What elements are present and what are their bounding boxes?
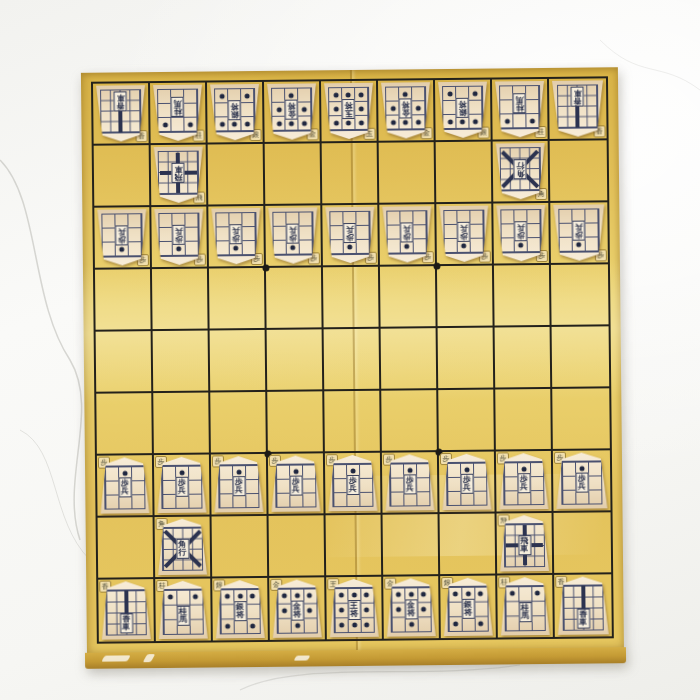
move-dot xyxy=(225,594,230,599)
square-9d[interactable] xyxy=(95,269,153,332)
move-dot xyxy=(291,245,296,250)
piece-sente-knight[interactable]: 桂馬 xyxy=(500,577,550,636)
square-8h[interactable]: 角行角 xyxy=(155,516,213,579)
square-3g[interactable]: 歩兵歩 xyxy=(439,452,497,515)
kanji-char: 兵 xyxy=(232,226,240,234)
move-dot xyxy=(232,122,237,127)
square-3f[interactable] xyxy=(438,390,496,453)
piece-sente-knight[interactable]: 桂馬 xyxy=(158,581,208,640)
square-7d[interactable] xyxy=(209,268,267,331)
move-dot xyxy=(391,106,396,111)
move-dot xyxy=(579,466,584,471)
kanji-char: 玉 xyxy=(345,109,353,117)
move-dot xyxy=(339,593,344,598)
move-dot xyxy=(236,470,241,475)
movement-diagram: 銀将 xyxy=(214,88,255,133)
piece-gote-knight[interactable]: 桂馬 xyxy=(495,81,545,138)
movement-diagram: 歩兵 xyxy=(330,211,371,256)
move-dot xyxy=(307,593,312,598)
piece-kanji: 香車 xyxy=(571,86,584,106)
square-3a[interactable]: 銀将銀 xyxy=(435,80,493,143)
piece-sente-lance[interactable]: 香車 xyxy=(557,576,609,635)
square-3i[interactable]: 銀将銀 xyxy=(440,576,498,639)
movement-diagram: 金将 xyxy=(277,588,318,634)
kanji-char: 歩 xyxy=(289,234,297,242)
piece-kanji: 歩兵 xyxy=(172,225,185,245)
movement-diagram: 歩兵 xyxy=(218,464,259,509)
square-9e[interactable] xyxy=(96,331,154,394)
square-7b[interactable] xyxy=(208,144,266,207)
square-5f[interactable] xyxy=(324,391,382,454)
piece-gote-pawn[interactable]: 歩兵 xyxy=(97,209,147,266)
square-2a[interactable]: 桂馬桂 xyxy=(492,79,550,142)
move-dot xyxy=(237,594,242,599)
piece-sente-pawn[interactable]: 歩兵 xyxy=(100,457,150,514)
move-dot xyxy=(473,91,478,96)
move-dot xyxy=(339,608,344,613)
piece-body: 金将 xyxy=(267,83,317,140)
kanji-char: 香 xyxy=(574,97,582,105)
movement-diagram: 歩兵 xyxy=(102,213,143,258)
piece-body: 香車 xyxy=(552,80,604,137)
kanji-char: 将 xyxy=(293,611,301,619)
kanji-char: 兵 xyxy=(406,484,414,492)
movement-diagram: 歩兵 xyxy=(444,210,485,255)
square-6i[interactable]: 金将金 xyxy=(269,577,327,640)
piece-body: 歩兵 xyxy=(271,455,321,512)
movement-diagram: 歩兵 xyxy=(161,464,202,509)
square-8b[interactable]: 飛車飛 xyxy=(151,145,209,208)
square-5i[interactable]: 王将王 xyxy=(326,577,384,640)
square-6h[interactable] xyxy=(269,515,327,578)
move-dot xyxy=(289,93,294,98)
piece-body: 香車 xyxy=(96,85,146,142)
piece-gote-pawn[interactable]: 歩兵 xyxy=(268,207,318,264)
movement-diagram: 飛車 xyxy=(504,523,545,568)
piece-body: 飛車 xyxy=(154,147,204,204)
move-dot xyxy=(364,622,369,627)
piece-body: 角行 xyxy=(496,143,546,200)
kanji-char: 車 xyxy=(117,93,125,101)
piece-sente-gold[interactable]: 金将 xyxy=(386,578,436,637)
piece-kanji: 銀将 xyxy=(461,599,474,619)
movement-diagram: 玉将 xyxy=(328,87,369,132)
piece-body: 金将 xyxy=(272,579,322,638)
kanji-char: 兵 xyxy=(460,224,468,232)
piece-kanji: 歩兵 xyxy=(403,474,416,494)
move-dot xyxy=(535,591,540,596)
square-2e[interactable] xyxy=(495,327,553,390)
move-dot xyxy=(505,119,510,124)
piece-body: 香車 xyxy=(557,576,609,635)
kanji-char: 桂 xyxy=(516,103,524,111)
movement-diagram: 歩兵 xyxy=(503,461,544,506)
piece-kanji: 香車 xyxy=(120,613,133,633)
piece-body: 歩兵 xyxy=(154,209,204,266)
square-4f[interactable] xyxy=(381,390,439,453)
move-dot xyxy=(403,120,408,125)
move-dot xyxy=(519,243,524,248)
piece-body: 金将 xyxy=(381,82,431,139)
piece-gote-gold[interactable]: 金将 xyxy=(267,83,317,140)
move-dot xyxy=(163,123,168,128)
square-3c[interactable]: 歩兵歩 xyxy=(436,204,494,267)
kanji-char: 馬 xyxy=(174,99,182,107)
square-9b[interactable] xyxy=(94,145,152,208)
square-3e[interactable] xyxy=(438,328,496,391)
piece-kanji: 飛車 xyxy=(518,535,531,555)
piece-gote-pawn[interactable]: 歩兵 xyxy=(496,205,546,262)
square-1b[interactable] xyxy=(550,140,608,203)
movement-diagram: 歩兵 xyxy=(159,213,200,258)
piece-kanji: 歩兵 xyxy=(400,222,413,242)
kanji-char: 香 xyxy=(117,101,125,109)
move-dot xyxy=(396,592,401,597)
move-dot xyxy=(421,592,426,597)
piece-kanji: 桂馬 xyxy=(171,97,184,117)
movement-diagram: 香車 xyxy=(562,585,604,631)
square-7g[interactable]: 歩兵歩 xyxy=(211,454,269,517)
piece-body: 歩兵 xyxy=(100,457,150,514)
square-9h[interactable] xyxy=(98,517,156,580)
piece-kanji: 飛車 xyxy=(172,163,185,183)
square-5e[interactable] xyxy=(324,329,382,392)
square-4b[interactable] xyxy=(379,142,437,205)
movement-diagram: 歩兵 xyxy=(332,463,373,508)
kanji-char: 歩 xyxy=(403,232,411,240)
star-point xyxy=(262,264,269,271)
square-8e[interactable] xyxy=(153,331,211,394)
square-9c[interactable]: 歩兵歩 xyxy=(94,207,152,270)
square-4g[interactable]: 歩兵歩 xyxy=(382,452,440,515)
movement-diagram: 香車 xyxy=(557,84,599,129)
kanji-char: 将 xyxy=(236,611,244,619)
square-6d[interactable] xyxy=(266,267,324,330)
piece-gote-silver[interactable]: 銀将 xyxy=(210,84,260,141)
kanji-char: 兵 xyxy=(346,225,354,233)
piece-kanji: 歩兵 xyxy=(460,474,473,494)
move-dot xyxy=(277,107,282,112)
piece-body: 歩兵 xyxy=(97,209,147,266)
move-dot xyxy=(403,92,408,97)
square-5g[interactable]: 歩兵歩 xyxy=(325,453,383,516)
movement-diagram: 角行 xyxy=(500,147,541,192)
square-5h[interactable] xyxy=(326,515,384,578)
square-6b[interactable] xyxy=(265,143,323,206)
kanji-char: 馬 xyxy=(179,616,187,624)
kanji-char: 兵 xyxy=(175,227,183,235)
kanji-char: 将 xyxy=(288,102,296,110)
square-1e[interactable] xyxy=(552,326,610,389)
piece-body: 桂馬 xyxy=(158,581,208,640)
piece-kanji: 銀将 xyxy=(233,601,246,621)
square-2i[interactable]: 桂馬桂 xyxy=(497,575,555,638)
square-2h[interactable]: 飛車飛 xyxy=(497,513,555,576)
kanji-char: 歩 xyxy=(118,235,126,243)
star-point xyxy=(433,263,440,270)
square-1c[interactable]: 歩兵歩 xyxy=(550,202,608,265)
movement-diagram: 歩兵 xyxy=(446,461,487,506)
move-dot xyxy=(359,106,364,111)
move-dot xyxy=(282,608,287,613)
piece-kanji: 歩兵 xyxy=(286,224,299,244)
square-8i[interactable]: 桂馬桂 xyxy=(155,578,213,641)
square-6c[interactable]: 歩兵歩 xyxy=(265,205,323,268)
kanji-char: 兵 xyxy=(575,223,583,231)
square-1a[interactable]: 香車香 xyxy=(549,78,607,141)
piece-kanji: 歩兵 xyxy=(514,221,527,241)
square-6a[interactable]: 金将金 xyxy=(264,81,322,144)
piece-sente-pawn[interactable]: 歩兵 xyxy=(271,455,321,512)
move-dot xyxy=(407,468,412,473)
square-8a[interactable]: 桂馬桂 xyxy=(150,83,208,146)
square-7i[interactable]: 銀将銀 xyxy=(212,578,270,641)
kanji-char: 歩 xyxy=(460,232,468,240)
piece-gote-gold[interactable]: 金将 xyxy=(381,82,431,139)
square-6g[interactable]: 歩兵歩 xyxy=(268,453,326,516)
piece-body: 銀将 xyxy=(210,84,260,141)
square-3b[interactable] xyxy=(436,142,494,205)
movement-diagram: 角行 xyxy=(162,526,203,571)
square-3h[interactable] xyxy=(440,514,498,577)
piece-kanji: 歩兵 xyxy=(575,473,588,493)
movement-diagram: 金将 xyxy=(391,586,432,632)
square-2d[interactable] xyxy=(494,265,552,328)
piece-kanji: 歩兵 xyxy=(118,477,131,497)
move-dot xyxy=(352,622,357,627)
kanji-char: 将 xyxy=(345,101,353,109)
kanji-char: 馬 xyxy=(516,95,524,103)
square-4c[interactable]: 歩兵歩 xyxy=(379,204,437,267)
piece-sente-rook[interactable]: 飛車 xyxy=(500,515,550,572)
piece-body: 玉将 xyxy=(324,83,374,140)
square-4e[interactable] xyxy=(381,328,439,391)
piece-body: 桂馬 xyxy=(500,577,550,636)
move-dot xyxy=(250,594,255,599)
piece-body: 歩兵 xyxy=(556,452,608,509)
piece-sente-silver[interactable]: 銀将 xyxy=(443,578,493,637)
square-1f[interactable] xyxy=(552,388,610,451)
kanji-char: 兵 xyxy=(517,223,525,231)
move-dot xyxy=(416,120,421,125)
movement-diagram: 歩兵 xyxy=(104,465,145,510)
edge-glint xyxy=(294,655,311,660)
piece-sente-pawn[interactable]: 歩兵 xyxy=(385,454,435,511)
kanji-char: 行 xyxy=(516,161,524,169)
piece-kanji: 歩兵 xyxy=(115,225,128,245)
square-1i[interactable]: 香車香 xyxy=(554,574,612,637)
kanji-char: 兵 xyxy=(403,224,411,232)
square-2c[interactable]: 歩兵歩 xyxy=(493,203,551,266)
square-5a[interactable]: 玉将玉 xyxy=(321,81,379,144)
square-8f[interactable] xyxy=(153,393,211,456)
move-dot xyxy=(453,621,458,626)
move-dot xyxy=(177,246,182,251)
piece-kanji: 歩兵 xyxy=(229,224,242,244)
square-4a[interactable]: 金将金 xyxy=(378,80,436,143)
move-dot xyxy=(510,591,515,596)
kanji-char: 兵 xyxy=(121,487,129,495)
piece-body: 金将 xyxy=(386,578,436,637)
kanji-char: 車 xyxy=(122,623,130,631)
kanji-char: 角 xyxy=(516,169,524,177)
movement-diagram: 歩兵 xyxy=(561,460,603,505)
movement-diagram: 桂馬 xyxy=(505,585,546,631)
square-2f[interactable] xyxy=(495,389,553,452)
kanji-char: 将 xyxy=(402,100,410,108)
piece-gote-pawn[interactable]: 歩兵 xyxy=(382,206,432,263)
piece-sente-pawn[interactable]: 歩兵 xyxy=(328,455,378,512)
piece-gote-pawn[interactable]: 歩兵 xyxy=(439,206,489,263)
movement-diagram: 桂馬 xyxy=(163,589,204,635)
square-1g[interactable]: 歩兵歩 xyxy=(553,450,611,513)
piece-body: 桂馬 xyxy=(495,81,545,138)
piece-sente-silver[interactable]: 銀将 xyxy=(215,580,265,639)
square-7f[interactable] xyxy=(210,392,268,455)
movement-diagram: 歩兵 xyxy=(387,210,428,255)
move-dot xyxy=(289,121,294,126)
square-1d[interactable] xyxy=(551,264,609,327)
move-dot xyxy=(122,471,127,476)
piece-body: 歩兵 xyxy=(442,454,492,511)
movement-diagram: 金将 xyxy=(385,86,426,131)
piece-gote-lance[interactable]: 香車 xyxy=(552,80,604,137)
move-dot xyxy=(391,120,396,125)
movement-diagram: 香車 xyxy=(106,589,147,635)
piece-gote-pawn[interactable]: 歩兵 xyxy=(325,207,375,264)
kanji-char: 兵 xyxy=(349,485,357,493)
move-dot xyxy=(364,607,369,612)
move-dot xyxy=(478,592,483,597)
piece-sente-pawn[interactable]: 歩兵 xyxy=(556,452,608,509)
move-dot xyxy=(448,120,453,125)
piece-sente-pawn[interactable]: 歩兵 xyxy=(499,453,549,510)
square-7h[interactable] xyxy=(212,516,270,579)
move-dot xyxy=(364,593,369,598)
square-7e[interactable] xyxy=(210,330,268,393)
square-4i[interactable]: 金将金 xyxy=(383,576,441,639)
square-9a[interactable]: 香車香 xyxy=(93,83,151,146)
square-6e[interactable] xyxy=(267,329,325,392)
piece-sente-pawn[interactable]: 歩兵 xyxy=(214,456,264,513)
move-dot xyxy=(409,622,414,627)
piece-kanji: 金将 xyxy=(404,599,417,619)
square-8d[interactable] xyxy=(152,269,210,332)
kanji-char: 将 xyxy=(231,102,239,110)
kanji-char: 将 xyxy=(350,610,358,618)
piece-gote-rook[interactable]: 飛車 xyxy=(154,147,204,204)
square-1h[interactable] xyxy=(554,512,612,575)
piece-gote-lance[interactable]: 香車 xyxy=(96,85,146,142)
square-8g[interactable]: 歩兵歩 xyxy=(154,454,212,517)
square-4h[interactable] xyxy=(383,514,441,577)
move-dot xyxy=(333,93,338,98)
kanji-char: 桂 xyxy=(174,107,182,115)
piece-kanji: 歩兵 xyxy=(343,223,356,243)
square-7a[interactable]: 銀将銀 xyxy=(207,82,265,145)
kanji-char: 車 xyxy=(520,545,528,553)
move-dot xyxy=(348,245,353,250)
square-3d[interactable] xyxy=(437,266,495,329)
move-dot xyxy=(453,592,458,597)
piece-kanji: 銀将 xyxy=(456,98,469,118)
move-dot xyxy=(530,119,535,124)
piece-body: 歩兵 xyxy=(157,457,207,514)
square-9g[interactable]: 歩兵歩 xyxy=(97,455,155,518)
move-dot xyxy=(396,607,401,612)
square-4d[interactable] xyxy=(380,266,438,329)
square-9f[interactable] xyxy=(96,393,154,456)
move-dot xyxy=(577,242,582,247)
piece-gote-knight[interactable]: 桂馬 xyxy=(153,85,203,142)
piece-sente-bishop[interactable]: 角行 xyxy=(158,519,208,576)
square-5b[interactable] xyxy=(322,143,380,206)
square-5c[interactable]: 歩兵歩 xyxy=(322,205,380,268)
piece-gote-silver[interactable]: 銀将 xyxy=(438,82,488,139)
move-dot xyxy=(464,467,469,472)
piece-gote-pawn[interactable]: 歩兵 xyxy=(553,204,605,261)
kanji-char: 歩 xyxy=(232,234,240,242)
move-dot xyxy=(359,121,364,126)
kanji-char: 車 xyxy=(574,89,582,97)
piece-gote-pawn[interactable]: 歩兵 xyxy=(211,208,261,265)
piece-sente-gold[interactable]: 金将 xyxy=(272,579,322,638)
piece-kanji: 歩兵 xyxy=(175,477,188,497)
movement-diagram: 歩兵 xyxy=(273,211,314,256)
piece-body: 飛車 xyxy=(500,515,550,572)
move-dot xyxy=(302,107,307,112)
piece-sente-lance[interactable]: 香車 xyxy=(101,581,151,640)
move-dot xyxy=(359,92,364,97)
move-dot xyxy=(307,608,312,613)
move-dot xyxy=(219,94,224,99)
piece-body: 歩兵 xyxy=(325,207,375,264)
movement-diagram: 銀将 xyxy=(220,588,261,634)
piece-kanji: 香車 xyxy=(577,608,590,628)
square-2g[interactable]: 歩兵歩 xyxy=(496,451,554,514)
square-2b[interactable]: 角行角 xyxy=(493,141,551,204)
edge-glint xyxy=(143,654,156,662)
piece-gote-pawn[interactable]: 歩兵 xyxy=(154,209,204,266)
movement-diagram: 香車 xyxy=(100,89,141,134)
move-dot xyxy=(245,122,250,127)
kanji-char: 馬 xyxy=(521,613,529,621)
piece-body: 歩兵 xyxy=(268,207,318,264)
square-9i[interactable]: 香車香 xyxy=(98,579,156,642)
piece-body: 歩兵 xyxy=(553,204,605,261)
piece-sente-pawn[interactable]: 歩兵 xyxy=(157,457,207,514)
piece-kanji: 玉将 xyxy=(342,99,355,119)
piece-gote-bishop[interactable]: 角行 xyxy=(496,143,546,200)
piece-sente-pawn[interactable]: 歩兵 xyxy=(442,454,492,511)
square-7c[interactable]: 歩兵歩 xyxy=(208,206,266,269)
move-dot xyxy=(334,121,339,126)
piece-gote-king[interactable]: 玉将 xyxy=(324,83,374,140)
move-dot xyxy=(405,244,410,249)
piece-kanji: 金将 xyxy=(285,100,298,120)
square-5d[interactable] xyxy=(323,267,381,330)
move-dot xyxy=(277,121,282,126)
kanji-char: 飛 xyxy=(174,173,182,181)
square-8c[interactable]: 歩兵歩 xyxy=(151,207,209,270)
square-6f[interactable] xyxy=(267,391,325,454)
kanji-char: 兵 xyxy=(292,486,300,494)
piece-body: 歩兵 xyxy=(328,455,378,512)
move-dot xyxy=(245,94,250,99)
piece-sente-king[interactable]: 王将 xyxy=(329,579,379,638)
kanji-char: 行 xyxy=(178,549,186,557)
move-dot xyxy=(346,92,351,97)
